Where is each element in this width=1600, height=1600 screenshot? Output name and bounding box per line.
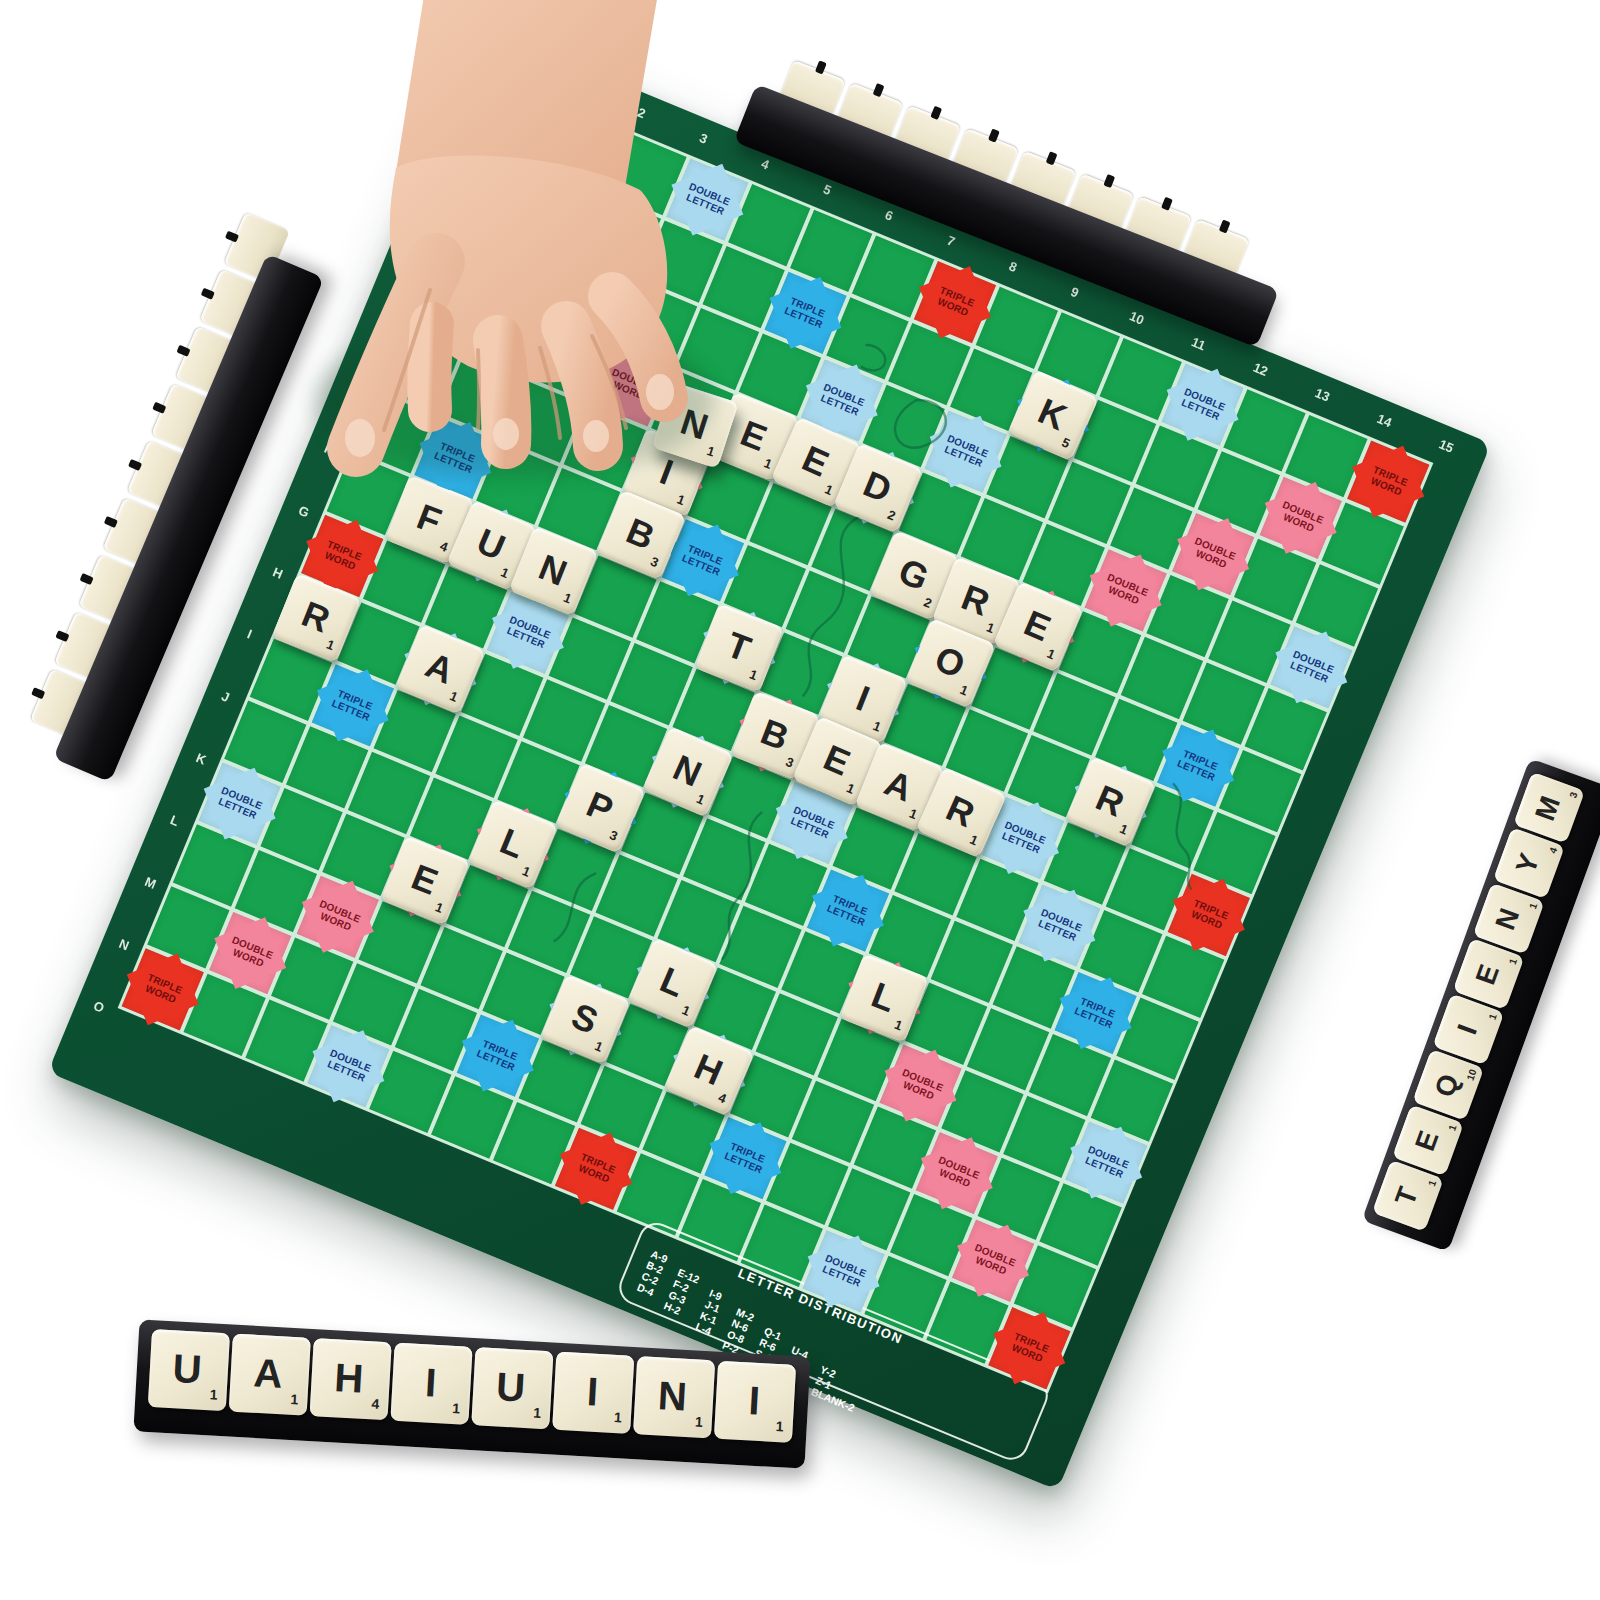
column-label-1: 1 [573,79,585,96]
row-label-J: J [220,688,232,705]
tile-letter: B [620,509,660,558]
tile-value: 4 [371,1395,380,1411]
tile-letter: U [172,1346,203,1393]
scene: 123456789101112131415 ABCDEFGHIJKLMNO TR… [0,0,1600,1600]
tile-foot [930,106,942,120]
column-label-11: 11 [1189,334,1207,353]
tile-letter: A [420,644,460,693]
column-label-4: 4 [759,156,771,173]
tile-letter: U [471,520,511,569]
column-label-2: 2 [635,105,647,122]
column-label-7: 7 [945,233,957,250]
tile-letter: L [866,973,902,1020]
tile-value: 1 [209,1386,218,1402]
tile-value: 1 [871,718,883,735]
row-label-K: K [194,750,208,767]
tile-value: 1 [498,565,511,582]
tile-letter: G [893,549,935,599]
tile-letter: N [676,400,714,448]
tile-letter: I [586,1369,600,1415]
column-label-5: 5 [821,181,833,198]
column-label-8: 8 [1007,258,1019,275]
tile-value: 1 [695,1414,704,1430]
tile-foot [176,345,190,357]
tile-letter: R [956,576,995,625]
tile-value: 3 [607,827,620,844]
south-rack-tile-8-I[interactable]: I1 [714,1361,796,1443]
tile-letter: L [654,958,691,1005]
tile-value: 1 [614,1409,623,1425]
tile-letter: E [818,736,857,784]
tile-letter: D [857,462,897,511]
tile-letter: R [1090,776,1130,825]
tile-letter: R [296,592,336,641]
column-label-3: 3 [697,130,709,147]
tile-value: 1 [694,791,707,808]
tile-foot [1046,151,1058,165]
tile-value: 3 [648,554,660,571]
tile-letter: E [796,437,835,485]
tile-letter: E [1018,602,1057,650]
row-label-A: A [450,131,464,148]
column-label-14: 14 [1375,411,1394,430]
tile-value: 1 [705,443,717,460]
tile-letter: T [1389,1183,1425,1210]
tile-value: 1 [1446,1123,1458,1132]
tile-foot [31,687,45,699]
tile-letter: P [581,783,620,831]
tile-value: 1 [675,491,687,508]
tile-value: 1 [968,832,981,849]
row-label-I: I [245,626,254,641]
tile-foot [128,459,142,471]
row-label-G: G [297,502,312,520]
tile-value: 1 [1117,821,1130,838]
tile-value: 2 [922,594,934,611]
tile-value: 1 [433,899,445,916]
tile-foot [55,630,69,642]
tile-letter: N [533,546,573,595]
tile-foot [201,288,215,300]
tile-foot [80,573,94,585]
tile-foot [988,129,1000,143]
column-label-9: 9 [1069,284,1081,301]
row-label-F: F [322,440,335,457]
tile-foot [225,231,239,243]
tile-letter: H [333,1355,364,1402]
tile-letter: A [252,1350,283,1397]
tile-letter: N [1489,904,1526,934]
south-rack-tile-6-I[interactable]: I1 [552,1352,634,1434]
tile-value: 3 [784,754,796,771]
tile-letter: I [851,677,876,720]
distribution-column-7: Y-2Z-1BLANK-2 [807,1363,865,1419]
tile-value: 1 [892,1017,904,1034]
column-label-6: 6 [883,207,895,224]
tile-letter: L [494,820,530,867]
tile-letter: A [879,761,919,810]
south-rack-tile-5-U[interactable]: U1 [471,1347,553,1429]
tile-letter: R [940,787,981,836]
tile-letter: S [566,994,604,1042]
tile-letter: E [406,855,444,903]
tile-value: 4 [716,1090,729,1107]
tile-value: 4 [438,538,450,555]
tile-value: 1 [1426,1179,1438,1188]
tile-value: 1 [775,1418,784,1434]
column-label-12: 12 [1251,360,1270,379]
south-rack-tile-1-U[interactable]: U1 [148,1329,230,1411]
south-rack-tile-3-H[interactable]: H4 [310,1338,392,1420]
tile-letter: N [657,1373,688,1420]
tile-value: 10 [1465,1068,1479,1082]
tile-value: 1 [593,1038,605,1055]
tile-letter: E [1469,960,1505,989]
tile-letter: E [735,412,773,460]
tile-value: 4 [1547,846,1559,855]
row-label-M: M [143,874,159,892]
tile-value: 1 [680,1002,693,1019]
tile-foot [1103,174,1115,188]
tile-letter: F [411,495,447,542]
column-label-13: 13 [1313,385,1332,404]
tile-value: 1 [1487,1012,1499,1021]
tile-value: 1 [844,780,857,797]
tile-foot [104,516,118,528]
tile-value: 1 [747,667,759,684]
tile-value: 1 [520,863,532,880]
tile-letter: K [1032,390,1073,439]
tile-value: 3 [1567,790,1579,799]
tile-letter: B [755,710,794,759]
tile-value: 1 [1527,901,1539,910]
tile-value: 1 [1507,957,1519,966]
tile-value: 1 [762,455,774,472]
tile-value: 1 [823,482,836,499]
tile-letter: O [929,637,971,687]
tile-foot [815,60,827,74]
tile-letter: I [424,1360,438,1406]
tile-letter: T [721,623,757,670]
tile-letter: I [748,1378,762,1424]
column-label-15: 15 [1437,436,1456,455]
column-label-10: 10 [1127,308,1146,327]
tile-value: 1 [290,1391,299,1407]
south-rack-tile-2-A[interactable]: A1 [229,1334,311,1416]
row-label-E: E [348,378,362,395]
south-rack-tile-4-I[interactable]: I1 [390,1343,472,1425]
tile-letter: M [1529,792,1567,825]
tile-value: 2 [885,507,897,524]
tile-value: 1 [452,1400,461,1416]
tile-value: 1 [1045,646,1058,663]
row-label-H: H [271,564,285,581]
tile-value: 1 [958,682,970,699]
row-label-D: D [373,316,387,333]
tile-value: 1 [984,620,996,637]
tile-letter: H [688,1045,728,1094]
row-label-N: N [117,935,131,952]
tile-value: 5 [1059,435,1072,452]
tile-value: 1 [324,637,336,654]
tile-value: 1 [448,688,460,705]
tile-foot [873,83,885,97]
tile-rack-east: T1E1Q10I1E1N1Y4M3 [1362,758,1600,1252]
tile-letter: E [1409,1127,1445,1156]
tile-foot [1219,219,1231,233]
row-label-O: O [91,997,106,1015]
tile-letter: Q [1428,1070,1466,1101]
tile-foot [152,402,166,414]
tile-value: 1 [907,806,919,823]
south-rack-tile-7-N[interactable]: N1 [633,1356,715,1438]
tile-value: 1 [533,1404,542,1420]
row-label-C: C [399,255,413,272]
tile-value: 1 [561,590,573,607]
row-label-B: B [425,193,439,210]
tile-letter: I [654,451,678,494]
tile-letter: N [667,746,708,795]
row-label-L: L [168,812,181,829]
tile-letter: I [1451,1020,1484,1038]
tile-foot [1161,197,1173,211]
tile-letter: U [495,1364,526,1411]
tile-letter: Y [1510,850,1546,879]
